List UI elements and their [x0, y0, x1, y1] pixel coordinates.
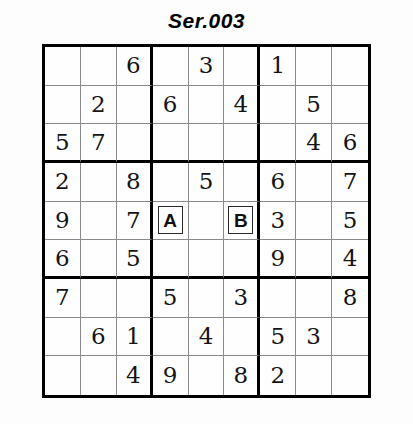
- cell-r8c8: 3: [296, 318, 332, 357]
- cell-r2c4: 6: [153, 86, 189, 125]
- cell-r4c5: 5: [189, 163, 225, 202]
- cell-r1c1[interactable]: [45, 47, 81, 86]
- cell-r6c2[interactable]: [81, 240, 117, 279]
- cell-r7c3[interactable]: [117, 279, 153, 318]
- cell-r5c3: 7: [117, 202, 153, 241]
- cell-r6c8[interactable]: [296, 240, 332, 279]
- boxed-letter-a: A: [158, 206, 183, 234]
- cell-r7c2[interactable]: [81, 279, 117, 318]
- cell-r1c8[interactable]: [296, 47, 332, 86]
- cell-r7c8[interactable]: [296, 279, 332, 318]
- cell-r4c4[interactable]: [153, 163, 189, 202]
- cell-r3c3[interactable]: [117, 124, 153, 163]
- cell-r2c2: 2: [81, 86, 117, 125]
- boxed-letter-b: B: [228, 206, 253, 234]
- cell-r2c9[interactable]: [332, 86, 368, 125]
- cell-r6c1: 6: [45, 240, 81, 279]
- cell-r6c6[interactable]: [224, 240, 260, 279]
- cell-r2c8: 5: [296, 86, 332, 125]
- cell-r7c6: 3: [224, 279, 260, 318]
- cell-r9c1[interactable]: [45, 356, 81, 395]
- cell-r1c4[interactable]: [153, 47, 189, 86]
- cell-r4c2[interactable]: [81, 163, 117, 202]
- cell-r4c1: 2: [45, 163, 81, 202]
- cell-r9c7: 2: [260, 356, 296, 395]
- cell-r7c7[interactable]: [260, 279, 296, 318]
- cell-r4c3: 8: [117, 163, 153, 202]
- cell-r3c5[interactable]: [189, 124, 225, 163]
- cell-r8c2: 6: [81, 318, 117, 357]
- cell-r8c1[interactable]: [45, 318, 81, 357]
- cell-r7c5[interactable]: [189, 279, 225, 318]
- cell-r9c3: 4: [117, 356, 153, 395]
- cell-r6c5[interactable]: [189, 240, 225, 279]
- cell-r3c7[interactable]: [260, 124, 296, 163]
- cell-r5c6: B: [224, 202, 260, 241]
- cell-r1c3: 6: [117, 47, 153, 86]
- cell-r1c2[interactable]: [81, 47, 117, 86]
- cell-r1c9[interactable]: [332, 47, 368, 86]
- cell-r9c6: 8: [224, 356, 260, 395]
- cell-r9c4: 9: [153, 356, 189, 395]
- cell-r9c8[interactable]: [296, 356, 332, 395]
- cell-r8c4[interactable]: [153, 318, 189, 357]
- cell-r8c6[interactable]: [224, 318, 260, 357]
- cell-r5c7: 3: [260, 202, 296, 241]
- cell-r2c7[interactable]: [260, 86, 296, 125]
- cell-r2c5[interactable]: [189, 86, 225, 125]
- cell-r6c3: 5: [117, 240, 153, 279]
- cell-r9c2[interactable]: [81, 356, 117, 395]
- cell-r3c9: 6: [332, 124, 368, 163]
- cell-r3c8: 4: [296, 124, 332, 163]
- cell-r5c9: 5: [332, 202, 368, 241]
- cell-r3c1: 5: [45, 124, 81, 163]
- cell-r3c2: 7: [81, 124, 117, 163]
- cell-r8c9[interactable]: [332, 318, 368, 357]
- cell-r8c7: 5: [260, 318, 296, 357]
- cell-r5c8[interactable]: [296, 202, 332, 241]
- cell-r1c7: 1: [260, 47, 296, 86]
- sudoku-board: 631264557462856797AB3565947538614534982: [42, 44, 371, 398]
- cell-r3c4[interactable]: [153, 124, 189, 163]
- cell-r5c1: 9: [45, 202, 81, 241]
- cell-r2c3[interactable]: [117, 86, 153, 125]
- cell-r2c6: 4: [224, 86, 260, 125]
- cell-r5c5[interactable]: [189, 202, 225, 241]
- cell-r9c9[interactable]: [332, 356, 368, 395]
- cell-r6c7: 9: [260, 240, 296, 279]
- cell-r2c1[interactable]: [45, 86, 81, 125]
- puzzle-title: Ser.003: [0, 9, 413, 33]
- cell-r3c6[interactable]: [224, 124, 260, 163]
- cell-r4c9: 7: [332, 163, 368, 202]
- cell-r8c5: 4: [189, 318, 225, 357]
- cell-r7c1: 7: [45, 279, 81, 318]
- cell-r1c5: 3: [189, 47, 225, 86]
- cell-r6c9: 4: [332, 240, 368, 279]
- cell-r4c7: 6: [260, 163, 296, 202]
- cell-r7c9: 8: [332, 279, 368, 318]
- cell-r9c5[interactable]: [189, 356, 225, 395]
- cell-r7c4: 5: [153, 279, 189, 318]
- cell-r5c4: A: [153, 202, 189, 241]
- cell-r5c2[interactable]: [81, 202, 117, 241]
- cell-r4c6[interactable]: [224, 163, 260, 202]
- cell-r4c8[interactable]: [296, 163, 332, 202]
- cell-r6c4[interactable]: [153, 240, 189, 279]
- cell-r1c6[interactable]: [224, 47, 260, 86]
- cell-r8c3: 1: [117, 318, 153, 357]
